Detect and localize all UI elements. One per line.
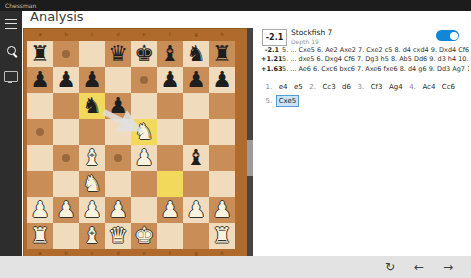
file-label-h: h <box>209 30 235 38</box>
square-f7[interactable]: ♟ <box>157 67 183 93</box>
square-a1[interactable]: ♜ <box>27 223 53 249</box>
square-f4[interactable] <box>157 145 183 171</box>
piece-black-rook[interactable]: ♜ <box>212 43 232 65</box>
piece-white-knight[interactable]: ♞ <box>82 173 102 195</box>
square-a5[interactable] <box>27 119 53 145</box>
move-chip[interactable]: e5 <box>291 81 305 93</box>
square-a6[interactable] <box>27 93 53 119</box>
piece-white-bishop[interactable]: ♝ <box>82 147 102 169</box>
piece-white-king[interactable]: ♚ <box>134 225 154 247</box>
square-e2[interactable] <box>131 197 157 223</box>
square-h2[interactable]: ♟ <box>209 197 235 223</box>
square-h5[interactable] <box>209 119 235 145</box>
move-chip[interactable]: Cxe5 <box>276 95 299 107</box>
square-b7[interactable]: ♟ <box>53 67 79 93</box>
square-g2[interactable]: ♟ <box>183 197 209 223</box>
move-hint-dot <box>36 128 44 136</box>
piece-black-pawn[interactable]: ♟ <box>212 69 232 91</box>
square-h7[interactable]: ♟ <box>209 67 235 93</box>
line-score: +1.21 <box>261 55 279 63</box>
square-e8[interactable]: ♚ <box>131 41 157 67</box>
move-hint-dot <box>62 50 70 58</box>
square-d8[interactable]: ♛ <box>105 41 131 67</box>
square-a3[interactable] <box>27 171 53 197</box>
search-icon <box>7 46 16 55</box>
move-hint-dot <box>62 154 70 162</box>
move-number: 2. <box>307 81 319 93</box>
piece-white-pawn[interactable]: ♟ <box>212 199 232 221</box>
piece-black-king[interactable]: ♚ <box>134 43 154 65</box>
menu-button[interactable] <box>0 11 22 37</box>
engine-line[interactable]: +1.63 5. ... Ae6 6. Cxc6 bxc6 7. Axe6 fx… <box>261 64 469 74</box>
piece-white-pawn[interactable]: ♟ <box>30 199 50 221</box>
move-chip[interactable]: Ac4 <box>420 81 438 93</box>
piece-white-pawn[interactable]: ♟ <box>108 199 128 221</box>
move-number: 1. <box>263 81 275 93</box>
file-label-b: b <box>53 30 79 38</box>
square-d7[interactable] <box>105 67 131 93</box>
engine-line[interactable]: +1.21 5. ... dxe5 6. Dxg4 Cf6 7. Dg3 h5 … <box>261 55 469 65</box>
square-d5[interactable] <box>105 119 131 145</box>
piece-black-bishop[interactable]: ♝ <box>160 43 180 65</box>
piece-white-rook[interactable]: ♜ <box>30 225 50 247</box>
move-chip[interactable]: e4 <box>276 81 290 93</box>
square-d2[interactable]: ♟ <box>105 197 131 223</box>
move-chip[interactable]: Cf3 <box>368 81 385 93</box>
app-sidebar <box>0 11 22 256</box>
piece-white-pawn[interactable]: ♟ <box>82 199 102 221</box>
page-title: Analysis <box>30 9 84 24</box>
file-label-e: e <box>131 30 157 38</box>
square-e6[interactable] <box>131 93 157 119</box>
square-g3[interactable] <box>183 171 209 197</box>
engine-lines: -2.1 5. ... Cxe5 6. Ae2 Axe2 7. Cxe2 c5 … <box>261 45 469 74</box>
hamburger-icon <box>5 19 17 29</box>
piece-black-pawn[interactable]: ♟ <box>30 69 50 91</box>
square-g5[interactable] <box>183 119 209 145</box>
line-score: -2.1 <box>261 46 279 54</box>
piece-black-pawn[interactable]: ♟ <box>160 69 180 91</box>
square-a7[interactable]: ♟ <box>27 67 53 93</box>
square-a2[interactable]: ♟ <box>27 197 53 223</box>
square-b3[interactable] <box>53 171 79 197</box>
square-a8[interactable]: ♜ <box>27 41 53 67</box>
toggle-knob <box>450 32 458 40</box>
square-d6[interactable]: ♟ <box>105 93 131 119</box>
board-squares: ♜♛♚♝♞♜♟♟♟♟♟♟♞♟♞♝♟♝♞♟♟♟♟♟♟♟♜♝♛♚♜ <box>27 41 235 249</box>
file-label-g: g <box>183 30 209 38</box>
move-hint-dot <box>140 76 148 84</box>
board-view-button[interactable] <box>0 63 22 89</box>
square-f5[interactable] <box>157 119 183 145</box>
piece-black-queen[interactable]: ♛ <box>108 43 128 65</box>
piece-white-pawn[interactable]: ♟ <box>186 199 206 221</box>
square-g8[interactable]: ♞ <box>183 41 209 67</box>
line-moves: 5. ... Ae6 6. Cxc6 bxc6 7. Axe6 fxe6 8. … <box>282 65 469 73</box>
chess-board: abcdefgh ♜♛♚♝♞♜♟♟♟♟♟♟♞♟♞♝♟♝♞♟♟♟♟♟♟♟♜♝♛♚♜… <box>23 28 253 257</box>
square-g7[interactable]: ♟ <box>183 67 209 93</box>
square-d4[interactable] <box>105 145 131 171</box>
square-c4[interactable]: ♝ <box>79 145 105 171</box>
square-a4[interactable] <box>27 145 53 171</box>
line-moves: 5. ... Cxe5 6. Ae2 Axe2 7. Cxe2 c5 8. d4… <box>282 46 469 54</box>
square-e3[interactable] <box>131 171 157 197</box>
bottom-command-bar: ↻ ← → <box>0 256 471 278</box>
scrollbar-thumb[interactable] <box>247 140 253 176</box>
engine-depth: Depth 19 <box>291 38 319 45</box>
move-hint-dot <box>114 154 122 162</box>
flip-board-button[interactable]: ↻ <box>381 258 399 276</box>
piece-white-rook[interactable]: ♜ <box>212 225 232 247</box>
square-c3[interactable]: ♞ <box>79 171 105 197</box>
file-label-a: a <box>27 30 53 38</box>
square-d3[interactable] <box>105 171 131 197</box>
file-label-d: d <box>105 30 131 38</box>
piece-white-queen[interactable]: ♛ <box>108 225 128 247</box>
engine-name: Stockfish 7 <box>291 28 332 37</box>
piece-black-knight[interactable]: ♞ <box>186 43 206 65</box>
square-e1[interactable]: ♚ <box>131 223 157 249</box>
app-window: Chessman Analysis abcdefgh ♜♛♚♝♞♜♟♟♟♟♟♟♞… <box>0 0 471 278</box>
piece-black-pawn[interactable]: ♟ <box>82 69 102 91</box>
piece-white-pawn[interactable]: ♟ <box>134 147 154 169</box>
piece-black-pawn[interactable]: ♟ <box>56 69 76 91</box>
square-c8[interactable] <box>79 41 105 67</box>
square-e4[interactable]: ♟ <box>131 145 157 171</box>
square-h6[interactable] <box>209 93 235 119</box>
square-c7[interactable]: ♟ <box>79 67 105 93</box>
piece-white-pawn[interactable]: ♟ <box>160 199 180 221</box>
engine-line[interactable]: -2.1 5. ... Cxe5 6. Ae2 Axe2 7. Cxe2 c5 … <box>261 45 469 55</box>
square-b4[interactable] <box>53 145 79 171</box>
move-chip[interactable]: Cc6 <box>439 81 457 93</box>
square-h1[interactable]: ♜ <box>209 223 235 249</box>
square-f3[interactable] <box>157 171 183 197</box>
square-b6[interactable] <box>53 93 79 119</box>
square-h4[interactable] <box>209 145 235 171</box>
previous-move-button[interactable]: ← <box>410 258 428 276</box>
square-f1[interactable] <box>157 223 183 249</box>
square-b5[interactable] <box>53 119 79 145</box>
square-b8[interactable] <box>53 41 79 67</box>
square-f2[interactable]: ♟ <box>157 197 183 223</box>
move-number: 3. <box>355 81 367 93</box>
piece-black-pawn[interactable]: ♟ <box>108 95 128 117</box>
piece-black-rook[interactable]: ♜ <box>30 43 50 65</box>
line-moves: 5. ... dxe5 6. Dxg4 Cf6 7. Dg3 h5 8. Ab5… <box>282 55 469 63</box>
piece-white-pawn[interactable]: ♟ <box>56 199 76 221</box>
square-c6[interactable]: ♞ <box>79 93 105 119</box>
move-chip[interactable]: Cc3 <box>320 81 338 93</box>
move-chip[interactable]: Ag4 <box>387 81 406 93</box>
file-label-c: c <box>79 30 105 38</box>
square-h8[interactable]: ♜ <box>209 41 235 67</box>
square-e7[interactable] <box>131 67 157 93</box>
square-d1[interactable]: ♛ <box>105 223 131 249</box>
square-f8[interactable]: ♝ <box>157 41 183 67</box>
move-number: 4. <box>407 81 419 93</box>
monitor-icon <box>4 71 18 82</box>
square-f6[interactable] <box>157 93 183 119</box>
square-h3[interactable] <box>209 171 235 197</box>
search-button[interactable] <box>0 37 22 63</box>
square-g1[interactable] <box>183 223 209 249</box>
square-b2[interactable]: ♟ <box>53 197 79 223</box>
piece-black-knight[interactable]: ♞ <box>82 95 102 117</box>
square-g6[interactable] <box>183 93 209 119</box>
square-e5[interactable]: ♞ <box>131 119 157 145</box>
engine-eval-badge: -2.1 <box>262 29 287 46</box>
piece-white-knight[interactable]: ♞ <box>134 121 154 143</box>
move-chip[interactable]: d6 <box>340 81 354 93</box>
piece-black-bishop[interactable]: ♝ <box>186 147 206 169</box>
line-score: +1.63 <box>261 65 279 73</box>
square-c1[interactable]: ♝ <box>79 223 105 249</box>
square-c2[interactable]: ♟ <box>79 197 105 223</box>
board-scrollbar[interactable] <box>247 28 253 257</box>
move-list: 1.e4e52.Cc3d63.Cf3Ag44.Ac4Cc65.Cxe5 <box>263 81 467 109</box>
square-c5[interactable] <box>79 119 105 145</box>
piece-black-pawn[interactable]: ♟ <box>186 69 206 91</box>
square-b1[interactable] <box>53 223 79 249</box>
engine-toggle[interactable] <box>436 30 459 41</box>
next-move-button[interactable]: → <box>439 258 457 276</box>
move-number: 5. <box>263 95 275 107</box>
file-label-f: f <box>157 30 183 38</box>
piece-white-bishop[interactable]: ♝ <box>82 225 102 247</box>
square-g4[interactable]: ♝ <box>183 145 209 171</box>
